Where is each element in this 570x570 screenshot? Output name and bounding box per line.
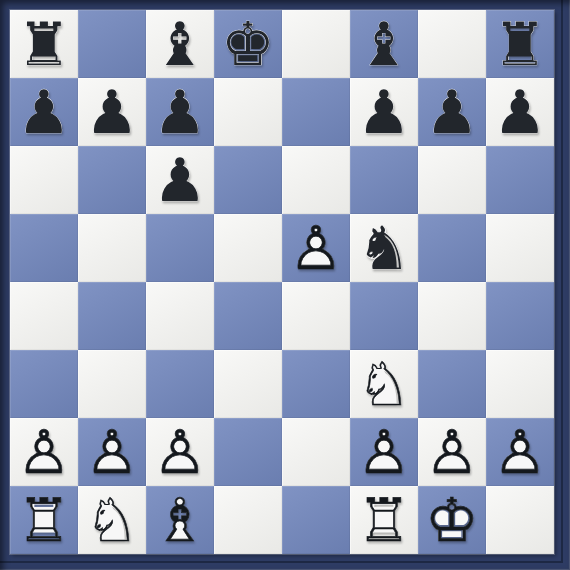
square-e4[interactable] [282, 282, 350, 350]
square-d5[interactable] [214, 214, 282, 282]
white-piece-outline: ♔ [418, 486, 486, 554]
square-a7[interactable]: ♙♟ [10, 78, 78, 146]
square-e2[interactable] [282, 418, 350, 486]
white-piece-outline: ♙ [78, 418, 146, 486]
piece-white-rook[interactable]: ♜♖ [350, 486, 418, 554]
white-piece-outline: ♙ [146, 418, 214, 486]
square-f7[interactable]: ♙♟ [350, 78, 418, 146]
square-f2[interactable]: ♟♙ [350, 418, 418, 486]
square-b7[interactable]: ♙♟ [78, 78, 146, 146]
black-piece-fill: ♟ [486, 78, 554, 146]
square-a5[interactable] [10, 214, 78, 282]
white-piece-outline: ♘ [350, 350, 418, 418]
piece-black-pawn[interactable]: ♙♟ [418, 78, 486, 146]
piece-black-rook[interactable]: ♖♜ [10, 10, 78, 78]
square-g2[interactable]: ♟♙ [418, 418, 486, 486]
square-a3[interactable] [10, 350, 78, 418]
square-c3[interactable] [146, 350, 214, 418]
square-g6[interactable] [418, 146, 486, 214]
square-e1[interactable] [282, 486, 350, 554]
square-b2[interactable]: ♟♙ [78, 418, 146, 486]
square-c1[interactable]: ♝♗ [146, 486, 214, 554]
white-piece-outline: ♙ [486, 418, 554, 486]
square-e6[interactable] [282, 146, 350, 214]
square-f3[interactable]: ♞♘ [350, 350, 418, 418]
square-h8[interactable]: ♖♜ [486, 10, 554, 78]
square-e7[interactable] [282, 78, 350, 146]
piece-black-king[interactable]: ♔♚ [214, 10, 282, 78]
piece-black-bishop[interactable]: ♗♝ [350, 10, 418, 78]
square-c7[interactable]: ♙♟ [146, 78, 214, 146]
square-h1[interactable] [486, 486, 554, 554]
piece-white-pawn[interactable]: ♟♙ [10, 418, 78, 486]
square-a4[interactable] [10, 282, 78, 350]
piece-black-knight[interactable]: ♘♞ [350, 214, 418, 282]
square-g3[interactable] [418, 350, 486, 418]
piece-black-bishop[interactable]: ♗♝ [146, 10, 214, 78]
white-piece-outline: ♙ [350, 418, 418, 486]
piece-black-pawn[interactable]: ♙♟ [350, 78, 418, 146]
square-f6[interactable] [350, 146, 418, 214]
square-d6[interactable] [214, 146, 282, 214]
black-piece-fill: ♜ [486, 10, 554, 78]
piece-white-pawn[interactable]: ♟♙ [418, 418, 486, 486]
square-b6[interactable] [78, 146, 146, 214]
black-piece-fill: ♝ [146, 10, 214, 78]
square-f8[interactable]: ♗♝ [350, 10, 418, 78]
square-c2[interactable]: ♟♙ [146, 418, 214, 486]
square-b3[interactable] [78, 350, 146, 418]
black-piece-fill: ♟ [146, 78, 214, 146]
square-c8[interactable]: ♗♝ [146, 10, 214, 78]
piece-white-pawn[interactable]: ♟♙ [78, 418, 146, 486]
square-f5[interactable]: ♘♞ [350, 214, 418, 282]
square-b5[interactable] [78, 214, 146, 282]
piece-black-pawn[interactable]: ♙♟ [146, 146, 214, 214]
square-g7[interactable]: ♙♟ [418, 78, 486, 146]
piece-white-king[interactable]: ♚♔ [418, 486, 486, 554]
black-piece-fill: ♟ [146, 146, 214, 214]
piece-white-rook[interactable]: ♜♖ [10, 486, 78, 554]
square-h7[interactable]: ♙♟ [486, 78, 554, 146]
square-g4[interactable] [418, 282, 486, 350]
white-piece-outline: ♗ [146, 486, 214, 554]
black-piece-fill: ♟ [10, 78, 78, 146]
white-piece-outline: ♘ [78, 486, 146, 554]
square-b1[interactable]: ♞♘ [78, 486, 146, 554]
square-d1[interactable] [214, 486, 282, 554]
square-f1[interactable]: ♜♖ [350, 486, 418, 554]
square-g8[interactable] [418, 10, 486, 78]
piece-white-knight[interactable]: ♞♘ [78, 486, 146, 554]
piece-white-knight[interactable]: ♞♘ [350, 350, 418, 418]
square-a6[interactable] [10, 146, 78, 214]
piece-white-bishop[interactable]: ♝♗ [146, 486, 214, 554]
square-h3[interactable] [486, 350, 554, 418]
black-piece-fill: ♚ [214, 10, 282, 78]
square-e3[interactable] [282, 350, 350, 418]
square-c6[interactable]: ♙♟ [146, 146, 214, 214]
square-a2[interactable]: ♟♙ [10, 418, 78, 486]
piece-black-rook[interactable]: ♖♜ [486, 10, 554, 78]
black-piece-fill: ♜ [10, 10, 78, 78]
black-piece-fill: ♟ [78, 78, 146, 146]
piece-white-pawn[interactable]: ♟♙ [282, 214, 350, 282]
square-e5[interactable]: ♟♙ [282, 214, 350, 282]
black-piece-fill: ♝ [350, 10, 418, 78]
chess-board: ♖♜♗♝♔♚♗♝♖♜♙♟♙♟♙♟♙♟♙♟♙♟♙♟♟♙♘♞♞♘♟♙♟♙♟♙♟♙♟♙… [10, 10, 554, 554]
piece-white-pawn[interactable]: ♟♙ [350, 418, 418, 486]
square-h4[interactable] [486, 282, 554, 350]
black-piece-fill: ♟ [350, 78, 418, 146]
square-a8[interactable]: ♖♜ [10, 10, 78, 78]
square-h2[interactable]: ♟♙ [486, 418, 554, 486]
white-piece-outline: ♙ [10, 418, 78, 486]
square-b4[interactable] [78, 282, 146, 350]
piece-black-pawn[interactable]: ♙♟ [486, 78, 554, 146]
square-d2[interactable] [214, 418, 282, 486]
piece-black-pawn[interactable]: ♙♟ [146, 78, 214, 146]
square-e8[interactable] [282, 10, 350, 78]
square-g5[interactable] [418, 214, 486, 282]
square-d8[interactable]: ♔♚ [214, 10, 282, 78]
white-piece-outline: ♙ [418, 418, 486, 486]
square-f4[interactable] [350, 282, 418, 350]
piece-black-pawn[interactable]: ♙♟ [10, 78, 78, 146]
white-piece-outline: ♖ [10, 486, 78, 554]
piece-white-pawn[interactable]: ♟♙ [146, 418, 214, 486]
square-d7[interactable] [214, 78, 282, 146]
white-piece-outline: ♙ [282, 214, 350, 282]
black-piece-fill: ♟ [418, 78, 486, 146]
square-g1[interactable]: ♚♔ [418, 486, 486, 554]
square-a1[interactable]: ♜♖ [10, 486, 78, 554]
square-c4[interactable] [146, 282, 214, 350]
square-d4[interactable] [214, 282, 282, 350]
square-c5[interactable] [146, 214, 214, 282]
piece-black-pawn[interactable]: ♙♟ [78, 78, 146, 146]
square-h6[interactable] [486, 146, 554, 214]
piece-white-pawn[interactable]: ♟♙ [486, 418, 554, 486]
square-h5[interactable] [486, 214, 554, 282]
board-frame: ♖♜♗♝♔♚♗♝♖♜♙♟♙♟♙♟♙♟♙♟♙♟♙♟♟♙♘♞♞♘♟♙♟♙♟♙♟♙♟♙… [0, 0, 570, 570]
square-b8[interactable] [78, 10, 146, 78]
square-d3[interactable] [214, 350, 282, 418]
black-piece-fill: ♞ [350, 214, 418, 282]
white-piece-outline: ♖ [350, 486, 418, 554]
